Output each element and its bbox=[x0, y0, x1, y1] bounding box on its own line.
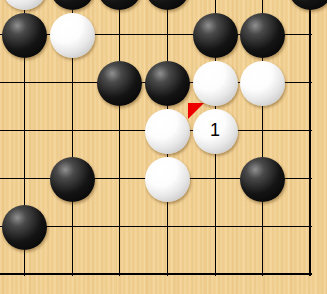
stone-white[interactable] bbox=[2, 0, 47, 10]
stone-black[interactable] bbox=[145, 0, 190, 10]
stone-black[interactable] bbox=[145, 61, 190, 106]
stone-black[interactable] bbox=[50, 0, 95, 10]
go-board[interactable]: 1 bbox=[0, 0, 327, 294]
grid-line-vertical bbox=[309, 0, 311, 276]
grid-line-vertical bbox=[119, 0, 120, 276]
go-diagram: 1 bbox=[0, 0, 327, 294]
grid-line-horizontal bbox=[0, 226, 312, 227]
stone-white[interactable] bbox=[145, 157, 190, 202]
stone-black[interactable] bbox=[97, 61, 142, 106]
stone-black[interactable] bbox=[240, 13, 285, 58]
stone-white[interactable] bbox=[193, 61, 238, 106]
stone-white[interactable] bbox=[240, 61, 285, 106]
stone-black[interactable] bbox=[2, 13, 47, 58]
grid-line-horizontal bbox=[0, 273, 312, 275]
stone-label: 1 bbox=[210, 121, 220, 139]
stone-black[interactable] bbox=[97, 0, 142, 10]
stone-black[interactable] bbox=[2, 205, 47, 250]
stone-white-move-1[interactable]: 1 bbox=[193, 109, 238, 154]
stone-black[interactable] bbox=[288, 0, 327, 10]
stone-black[interactable] bbox=[193, 13, 238, 58]
stone-white[interactable] bbox=[145, 109, 190, 154]
stone-black[interactable] bbox=[50, 157, 95, 202]
stone-black[interactable] bbox=[240, 157, 285, 202]
stone-white[interactable] bbox=[50, 13, 95, 58]
